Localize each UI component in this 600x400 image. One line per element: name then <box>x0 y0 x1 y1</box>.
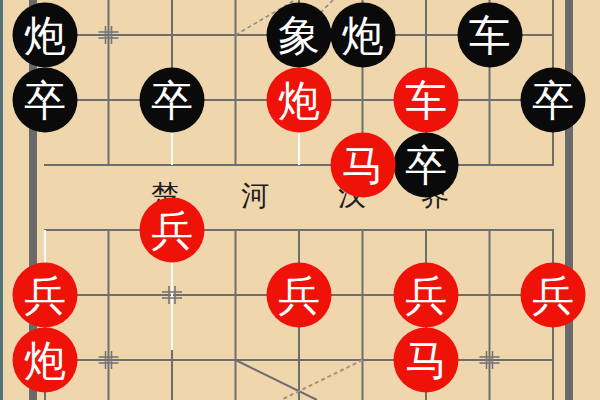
piece-red-soldier[interactable]: 兵 <box>140 198 205 263</box>
piece-black-elephant[interactable]: 象 <box>267 3 332 68</box>
piece-red-cannon[interactable]: 炮 <box>13 328 78 393</box>
river-char: 河 <box>241 177 269 215</box>
piece-red-soldier[interactable]: 兵 <box>521 263 586 328</box>
piece-black-chariot[interactable]: 车 <box>457 3 522 68</box>
piece-black-cannon[interactable]: 炮 <box>13 3 78 68</box>
piece-red-soldier[interactable]: 兵 <box>13 263 78 328</box>
piece-black-cannon[interactable]: 炮 <box>330 3 395 68</box>
trail-line <box>281 360 363 400</box>
piece-black-soldier[interactable]: 卒 <box>140 68 205 133</box>
piece-red-horse[interactable]: 马 <box>330 133 395 198</box>
piece-red-soldier[interactable]: 兵 <box>394 263 459 328</box>
piece-red-chariot[interactable]: 车 <box>394 68 459 133</box>
piece-black-soldier[interactable]: 卒 <box>13 68 78 133</box>
piece-red-cannon[interactable]: 炮 <box>267 68 332 133</box>
trail-line <box>236 360 318 400</box>
piece-red-horse[interactable]: 马 <box>394 328 459 393</box>
piece-red-soldier[interactable]: 兵 <box>267 263 332 328</box>
piece-black-soldier[interactable]: 卒 <box>521 68 586 133</box>
xiangqi-board-window: 楚河汉界 炮象炮车卒卒卒卒炮车马兵兵兵兵兵炮马 <box>0 0 600 400</box>
piece-black-soldier[interactable]: 卒 <box>394 133 459 198</box>
